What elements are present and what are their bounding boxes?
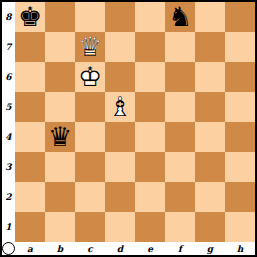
file-label-f: f [165, 242, 195, 255]
square-c5[interactable] [75, 92, 105, 122]
square-g5[interactable] [195, 92, 225, 122]
white-bishop-piece: ♗ [105, 92, 135, 122]
square-b6[interactable] [45, 62, 75, 92]
file-label-c: c [75, 242, 105, 255]
rank-label-3: 3 [2, 152, 15, 182]
white-king-piece: ♔ [75, 62, 105, 92]
square-g1[interactable] [195, 212, 225, 242]
square-h4[interactable] [225, 122, 255, 152]
rank-label-6: 6 [2, 62, 15, 92]
square-g3[interactable] [195, 152, 225, 182]
white-to-move-indicator [2, 242, 15, 255]
white-queen-piece: ♕ [75, 32, 105, 62]
square-d3[interactable] [105, 152, 135, 182]
rank-label-8: 8 [2, 2, 15, 32]
square-b2[interactable] [45, 182, 75, 212]
square-b7[interactable] [45, 32, 75, 62]
file-label-b: b [45, 242, 75, 255]
square-c2[interactable] [75, 182, 105, 212]
black-queen-piece: ♛ [45, 122, 75, 152]
square-c6[interactable]: ♔ [75, 62, 105, 92]
square-f8[interactable]: ♞ [165, 2, 195, 32]
square-g8[interactable] [195, 2, 225, 32]
square-h1[interactable] [225, 212, 255, 242]
file-label-h: h [225, 242, 255, 255]
square-d1[interactable] [105, 212, 135, 242]
rank-label-1: 1 [2, 212, 15, 242]
square-d7[interactable] [105, 32, 135, 62]
square-a4[interactable] [15, 122, 45, 152]
file-label-d: d [105, 242, 135, 255]
square-e3[interactable] [135, 152, 165, 182]
rank-label-7: 7 [2, 32, 15, 62]
square-h2[interactable] [225, 182, 255, 212]
square-g6[interactable] [195, 62, 225, 92]
square-h6[interactable] [225, 62, 255, 92]
square-e8[interactable] [135, 2, 165, 32]
square-b8[interactable] [45, 2, 75, 32]
square-g7[interactable] [195, 32, 225, 62]
square-d5[interactable]: ♗ [105, 92, 135, 122]
square-h8[interactable] [225, 2, 255, 32]
square-c1[interactable] [75, 212, 105, 242]
rank-label-5: 5 [2, 92, 15, 122]
square-e6[interactable] [135, 62, 165, 92]
square-b4[interactable]: ♛ [45, 122, 75, 152]
square-f6[interactable] [165, 62, 195, 92]
rank-label-2: 2 [2, 182, 15, 212]
square-e5[interactable] [135, 92, 165, 122]
square-a6[interactable] [15, 62, 45, 92]
square-a2[interactable] [15, 182, 45, 212]
black-knight-piece: ♞ [165, 2, 195, 32]
square-d8[interactable] [105, 2, 135, 32]
square-c4[interactable] [75, 122, 105, 152]
square-e4[interactable] [135, 122, 165, 152]
file-label-e: e [135, 242, 165, 255]
chess-diagram: 87654321 ♚♞♕♔♗♛ abcdefgh [0, 0, 257, 257]
file-label-g: g [195, 242, 225, 255]
square-f4[interactable] [165, 122, 195, 152]
file-labels: abcdefgh [15, 242, 255, 255]
square-h5[interactable] [225, 92, 255, 122]
square-e7[interactable] [135, 32, 165, 62]
file-label-a: a [15, 242, 45, 255]
square-a1[interactable] [15, 212, 45, 242]
square-f3[interactable] [165, 152, 195, 182]
square-b1[interactable] [45, 212, 75, 242]
square-f1[interactable] [165, 212, 195, 242]
square-d2[interactable] [105, 182, 135, 212]
square-e1[interactable] [135, 212, 165, 242]
square-a3[interactable] [15, 152, 45, 182]
square-g2[interactable] [195, 182, 225, 212]
square-c3[interactable] [75, 152, 105, 182]
square-b3[interactable] [45, 152, 75, 182]
square-a5[interactable] [15, 92, 45, 122]
square-d4[interactable] [105, 122, 135, 152]
square-c8[interactable] [75, 2, 105, 32]
square-d6[interactable] [105, 62, 135, 92]
rank-label-4: 4 [2, 122, 15, 152]
side-to-move-corner [2, 242, 15, 255]
square-e2[interactable] [135, 182, 165, 212]
rank-labels: 87654321 [2, 2, 15, 242]
square-f7[interactable] [165, 32, 195, 62]
square-g4[interactable] [195, 122, 225, 152]
square-f5[interactable] [165, 92, 195, 122]
square-h7[interactable] [225, 32, 255, 62]
square-b5[interactable] [45, 92, 75, 122]
square-h3[interactable] [225, 152, 255, 182]
square-a7[interactable] [15, 32, 45, 62]
black-king-piece: ♚ [15, 2, 45, 32]
square-a8[interactable]: ♚ [15, 2, 45, 32]
chess-board: ♚♞♕♔♗♛ [15, 2, 255, 242]
square-f2[interactable] [165, 182, 195, 212]
square-c7[interactable]: ♕ [75, 32, 105, 62]
